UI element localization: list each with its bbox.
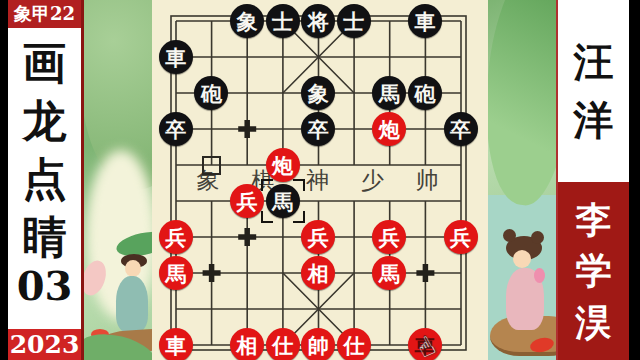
- piece-red-pawn[interactable]: 兵: [444, 220, 478, 254]
- piece-red-pawn[interactable]: 兵: [372, 220, 406, 254]
- piece-black-pawn[interactable]: 卒: [159, 112, 193, 146]
- episode-title: 画龙点睛: [21, 34, 69, 266]
- red-player-name: 李学淏: [574, 194, 614, 347]
- piece-black-horse[interactable]: 馬: [372, 76, 406, 110]
- piece-red-horse[interactable]: 馬: [159, 256, 193, 290]
- girl-hair-bun: [503, 229, 516, 242]
- thumbnail-stage: 象棋神少帅 象士将士車車砲象馬砲卒卒炮卒炮兵馬兵兵兵兵馬相馬車相仕帥仕車 ☝ 象…: [0, 0, 640, 360]
- piece-red-pawn[interactable]: 兵: [230, 184, 264, 218]
- girl-robe: [116, 276, 148, 332]
- piece-red-king[interactable]: 帥: [301, 328, 335, 360]
- piece-black-pawn[interactable]: 卒: [301, 112, 335, 146]
- piece-red-cannon[interactable]: 炮: [266, 148, 300, 182]
- piece-red-elephant[interactable]: 相: [230, 328, 264, 360]
- right-black-strip: [629, 0, 640, 360]
- piece-black-elephant[interactable]: 象: [301, 76, 335, 110]
- black-player-box: 汪洋: [558, 0, 629, 182]
- left-black-strip: [0, 0, 8, 360]
- players-panel: 汪洋 李学淏: [556, 0, 629, 360]
- piece-red-pawn[interactable]: 兵: [301, 220, 335, 254]
- piece-black-rook[interactable]: 車: [159, 40, 193, 74]
- girl-hair-bun: [531, 231, 544, 244]
- piece-red-horse[interactable]: 馬: [372, 256, 406, 290]
- black-player-name: 汪洋: [572, 33, 616, 149]
- league-badge: 象甲22: [8, 0, 81, 28]
- girl-face: [125, 260, 141, 277]
- piece-black-cannon[interactable]: 砲: [194, 76, 228, 110]
- xiangqi-board[interactable]: 象棋神少帅 象士将士車車砲象馬砲卒卒炮卒炮兵馬兵兵兵兵馬相馬車相仕帥仕車: [152, 0, 488, 360]
- piece-black-rook[interactable]: 車: [408, 4, 442, 38]
- year-badge: 2023: [8, 329, 81, 360]
- last-move-destination-marker: [261, 179, 305, 223]
- left-info-panel: 象甲22 画龙点睛 03 2023: [8, 0, 84, 360]
- piece-grid: 象士将士車車砲象馬砲卒卒炮卒炮兵馬兵兵兵兵馬相馬車相仕帥仕車: [158, 3, 478, 360]
- red-player-box: 李学淏: [558, 182, 629, 360]
- piece-red-advisor[interactable]: 仕: [337, 328, 371, 360]
- piece-red-cannon[interactable]: 炮: [372, 112, 406, 146]
- episode-number: 03: [8, 266, 81, 306]
- piece-red-pawn[interactable]: 兵: [159, 220, 193, 254]
- last-move-origin-marker: [202, 156, 221, 175]
- piece-red-elephant[interactable]: 相: [301, 256, 335, 290]
- piece-black-elephant[interactable]: 象: [230, 4, 264, 38]
- girl-face: [513, 250, 531, 268]
- lotus-flower: [534, 268, 545, 283]
- piece-black-pawn[interactable]: 卒: [444, 112, 478, 146]
- piece-black-advisor[interactable]: 士: [337, 4, 371, 38]
- piece-black-king[interactable]: 将: [301, 4, 335, 38]
- piece-black-cannon[interactable]: 砲: [408, 76, 442, 110]
- piece-red-advisor[interactable]: 仕: [266, 328, 300, 360]
- piece-red-rook[interactable]: 車: [159, 328, 193, 360]
- piece-black-advisor[interactable]: 士: [266, 4, 300, 38]
